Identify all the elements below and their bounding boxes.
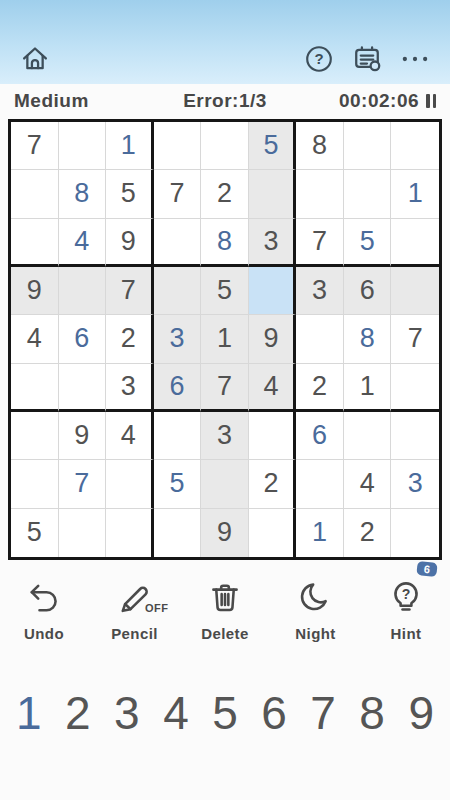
svg-text:?: ? xyxy=(314,50,323,67)
svg-text:?: ? xyxy=(402,586,411,602)
delete-label: Delete xyxy=(201,625,248,642)
cell-r5c9[interactable]: 7 xyxy=(391,315,439,363)
cell-r7c5[interactable]: 3 xyxy=(201,412,249,460)
help-icon[interactable]: ? xyxy=(302,42,336,76)
cell-r8c1[interactable] xyxy=(11,460,59,508)
cell-r6c5[interactable]: 7 xyxy=(201,364,249,412)
cell-r5c3[interactable]: 2 xyxy=(106,315,154,363)
hint-count-badge: 6 xyxy=(416,561,437,577)
sudoku-board: 7158857214983759753646231987367421943675… xyxy=(8,119,442,560)
cell-r1c3[interactable]: 1 xyxy=(106,122,154,170)
cell-r8c2[interactable]: 7 xyxy=(59,460,107,508)
cell-r9c2[interactable] xyxy=(59,509,107,557)
delete-button[interactable]: Delete xyxy=(197,570,253,642)
cell-r9c6[interactable] xyxy=(249,509,297,557)
cell-r3c5[interactable]: 8 xyxy=(201,219,249,267)
cell-r9c3[interactable] xyxy=(106,509,154,557)
cell-r3c9[interactable] xyxy=(391,219,439,267)
cell-r5c8[interactable]: 8 xyxy=(344,315,392,363)
error-counter: Error:1/3 xyxy=(155,90,296,112)
numpad-key-4[interactable]: 4 xyxy=(163,683,189,743)
cell-r3c8[interactable]: 5 xyxy=(344,219,392,267)
cell-r4c7[interactable]: 3 xyxy=(296,267,344,315)
cell-r1c6[interactable]: 5 xyxy=(249,122,297,170)
cell-r7c1[interactable] xyxy=(11,412,59,460)
cell-r3c6[interactable]: 3 xyxy=(249,219,297,267)
numpad-key-2[interactable]: 2 xyxy=(65,683,91,743)
undo-label: Undo xyxy=(24,625,64,642)
cell-r9c4[interactable] xyxy=(154,509,202,557)
hint-bulb-icon: ? 6 xyxy=(388,570,424,616)
cell-r5c5[interactable]: 1 xyxy=(201,315,249,363)
cell-r6c8[interactable]: 1 xyxy=(344,364,392,412)
cell-r1c4[interactable] xyxy=(154,122,202,170)
cell-r4c6[interactable] xyxy=(249,267,297,315)
cell-r4c4[interactable] xyxy=(154,267,202,315)
pencil-label: Pencil xyxy=(111,625,158,642)
cell-r7c7[interactable]: 6 xyxy=(296,412,344,460)
cell-r8c7[interactable] xyxy=(296,460,344,508)
cell-r9c8[interactable]: 2 xyxy=(344,509,392,557)
cell-r5c2[interactable]: 6 xyxy=(59,315,107,363)
cell-r1c9[interactable] xyxy=(391,122,439,170)
hint-label: Hint xyxy=(391,625,422,642)
cell-r4c1[interactable]: 9 xyxy=(11,267,59,315)
cell-r6c6[interactable]: 4 xyxy=(249,364,297,412)
cell-r5c1[interactable]: 4 xyxy=(11,315,59,363)
cell-r7c8[interactable] xyxy=(344,412,392,460)
cell-r7c9[interactable] xyxy=(391,412,439,460)
difficulty-label: Medium xyxy=(14,90,155,112)
cell-r7c2[interactable]: 9 xyxy=(59,412,107,460)
cell-r2c1[interactable] xyxy=(11,170,59,218)
cell-r2c5[interactable]: 2 xyxy=(201,170,249,218)
cell-r1c1[interactable]: 7 xyxy=(11,122,59,170)
cell-r3c3[interactable]: 9 xyxy=(106,219,154,267)
cell-r8c8[interactable]: 4 xyxy=(344,460,392,508)
undo-button[interactable]: Undo xyxy=(16,570,72,642)
app-header: ? xyxy=(0,0,450,84)
cell-r2c6[interactable] xyxy=(249,170,297,218)
cell-r9c7[interactable]: 1 xyxy=(296,509,344,557)
pencil-button[interactable]: OFF Pencil xyxy=(107,570,163,642)
cell-r5c6[interactable]: 9 xyxy=(249,315,297,363)
pause-button[interactable] xyxy=(426,94,436,108)
night-button[interactable]: Night xyxy=(288,570,344,642)
cell-r8c5[interactable] xyxy=(201,460,249,508)
cell-r6c4[interactable]: 6 xyxy=(154,364,202,412)
undo-icon xyxy=(26,570,62,616)
trash-icon xyxy=(207,570,243,616)
numpad-key-5[interactable]: 5 xyxy=(212,683,238,743)
status-bar: Medium Error:1/3 00:02:06 xyxy=(0,84,450,118)
cell-r6c3[interactable]: 3 xyxy=(106,364,154,412)
numpad-key-8[interactable]: 8 xyxy=(359,683,385,743)
cell-r7c3[interactable]: 4 xyxy=(106,412,154,460)
cell-r3c1[interactable] xyxy=(11,219,59,267)
timer: 00:02:06 xyxy=(339,90,419,112)
numpad-key-9[interactable]: 9 xyxy=(408,683,434,743)
hint-button[interactable]: ? 6 Hint xyxy=(378,570,434,642)
cell-r4c9[interactable] xyxy=(391,267,439,315)
cell-r6c9[interactable] xyxy=(391,364,439,412)
night-label: Night xyxy=(295,625,335,642)
cell-r2c2[interactable]: 8 xyxy=(59,170,107,218)
cell-r6c7[interactable]: 2 xyxy=(296,364,344,412)
daily-challenge-icon[interactable] xyxy=(350,42,384,76)
cell-r7c4[interactable] xyxy=(154,412,202,460)
cell-r2c7[interactable] xyxy=(296,170,344,218)
cell-r4c5[interactable]: 5 xyxy=(201,267,249,315)
cell-r3c7[interactable]: 7 xyxy=(296,219,344,267)
cell-r9c9[interactable] xyxy=(391,509,439,557)
cell-r1c5[interactable] xyxy=(201,122,249,170)
cell-r1c2[interactable] xyxy=(59,122,107,170)
toolbar: Undo OFF Pencil Delete xyxy=(0,570,450,642)
home-icon[interactable] xyxy=(18,42,52,76)
moon-icon xyxy=(298,570,334,616)
cell-r8c9[interactable]: 3 xyxy=(391,460,439,508)
cell-r4c2[interactable] xyxy=(59,267,107,315)
pencil-icon: OFF xyxy=(117,570,153,616)
cell-r1c7[interactable]: 8 xyxy=(296,122,344,170)
cell-r5c4[interactable]: 3 xyxy=(154,315,202,363)
cell-r2c8[interactable] xyxy=(344,170,392,218)
numpad-key-3[interactable]: 3 xyxy=(114,683,140,743)
cell-r5c7[interactable] xyxy=(296,315,344,363)
cell-r9c5[interactable]: 9 xyxy=(201,509,249,557)
cell-r2c9[interactable]: 1 xyxy=(391,170,439,218)
cell-r3c2[interactable]: 4 xyxy=(59,219,107,267)
cell-r7c6[interactable] xyxy=(249,412,297,460)
number-pad: 123456789 xyxy=(0,683,450,743)
numpad-key-6[interactable]: 6 xyxy=(261,683,287,743)
cell-r6c1[interactable] xyxy=(11,364,59,412)
more-icon[interactable] xyxy=(398,42,432,76)
numpad-key-1[interactable]: 1 xyxy=(16,683,42,743)
sudoku-app: ? xyxy=(0,0,450,800)
cell-r8c4[interactable]: 5 xyxy=(154,460,202,508)
cell-r4c8[interactable]: 6 xyxy=(344,267,392,315)
cell-r3c4[interactable] xyxy=(154,219,202,267)
cell-r8c3[interactable] xyxy=(106,460,154,508)
numpad-key-7[interactable]: 7 xyxy=(310,683,336,743)
cell-r6c2[interactable] xyxy=(59,364,107,412)
cell-r2c3[interactable]: 5 xyxy=(106,170,154,218)
cell-r1c8[interactable] xyxy=(344,122,392,170)
cell-r8c6[interactable]: 2 xyxy=(249,460,297,508)
cell-r4c3[interactable]: 7 xyxy=(106,267,154,315)
pencil-state: OFF xyxy=(145,602,169,614)
cell-r9c1[interactable]: 5 xyxy=(11,509,59,557)
cell-r2c4[interactable]: 7 xyxy=(154,170,202,218)
